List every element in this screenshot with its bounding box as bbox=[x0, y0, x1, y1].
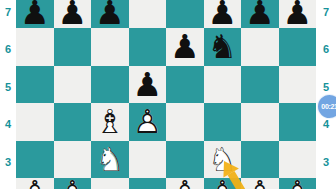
square-c5[interactable] bbox=[91, 66, 129, 104]
square-g6[interactable] bbox=[241, 28, 279, 66]
black-pawn-d5[interactable]: ♟ bbox=[132, 66, 162, 104]
white-pawn-a2[interactable]: ♟♙ bbox=[20, 174, 50, 189]
black-pawn-a7[interactable]: ♟ bbox=[20, 0, 50, 31]
black-pawn-f7[interactable]: ♟ bbox=[207, 0, 237, 31]
rank-label-4: 4 bbox=[316, 119, 336, 130]
square-c4[interactable]: ♝♗ bbox=[91, 103, 129, 141]
square-a5[interactable] bbox=[16, 66, 54, 104]
square-f7[interactable]: ♟ bbox=[204, 0, 242, 28]
square-b5[interactable] bbox=[54, 66, 92, 104]
square-g7[interactable]: ♟ bbox=[241, 0, 279, 28]
black-pawn-e6[interactable]: ♟ bbox=[170, 28, 200, 66]
rank-label-3: 3 bbox=[316, 157, 336, 168]
square-d3[interactable] bbox=[129, 141, 167, 179]
square-f2[interactable]: ♟♙ bbox=[204, 178, 242, 189]
black-knight-f6[interactable]: ♞ bbox=[207, 28, 237, 66]
square-f5[interactable] bbox=[204, 66, 242, 104]
square-d4[interactable]: ♟♙ bbox=[129, 103, 167, 141]
timer-badge: 00:21 bbox=[317, 94, 336, 119]
chess-app-screenshot: 76543 ♟♟♟♟♟♟♟♞♟♝♗♟♙♞♘♞♘♟♙♟♙♟♙♟♙♟♙♟♙ 7654… bbox=[0, 0, 336, 189]
square-h5[interactable] bbox=[279, 66, 317, 104]
square-g4[interactable] bbox=[241, 103, 279, 141]
white-pawn-d4[interactable]: ♟♙ bbox=[132, 103, 162, 141]
square-a6[interactable] bbox=[16, 28, 54, 66]
square-c3[interactable]: ♞♘ bbox=[91, 141, 129, 179]
square-b4[interactable] bbox=[54, 103, 92, 141]
square-e4[interactable] bbox=[166, 103, 204, 141]
square-d6[interactable] bbox=[129, 28, 167, 66]
square-g2[interactable]: ♟♙ bbox=[241, 178, 279, 189]
square-a7[interactable]: ♟ bbox=[16, 0, 54, 28]
square-e7[interactable] bbox=[166, 0, 204, 28]
rank-label-4: 4 bbox=[0, 119, 16, 130]
square-a4[interactable] bbox=[16, 103, 54, 141]
white-pawn-g2[interactable]: ♟♙ bbox=[245, 174, 275, 189]
square-g5[interactable] bbox=[241, 66, 279, 104]
square-f4[interactable] bbox=[204, 103, 242, 141]
chess-board[interactable]: ♟♟♟♟♟♟♟♞♟♝♗♟♙♞♘♞♘♟♙♟♙♟♙♟♙♟♙♟♙ bbox=[16, 0, 316, 189]
square-d5[interactable]: ♟ bbox=[129, 66, 167, 104]
rank-label-5: 5 bbox=[0, 82, 16, 93]
square-b2[interactable]: ♟♙ bbox=[54, 178, 92, 189]
square-c2[interactable] bbox=[91, 178, 129, 189]
black-pawn-h7[interactable]: ♟ bbox=[282, 0, 312, 31]
rank-label-7: 7 bbox=[0, 7, 16, 18]
square-h7[interactable]: ♟ bbox=[279, 0, 317, 28]
rank-labels-left: 76543 bbox=[0, 0, 16, 189]
white-pawn-h2[interactable]: ♟♙ bbox=[282, 174, 312, 189]
square-d2[interactable] bbox=[129, 178, 167, 189]
rank-label-5: 5 bbox=[316, 82, 336, 93]
white-pawn-f2[interactable]: ♟♙ bbox=[207, 174, 237, 189]
white-bishop-c4[interactable]: ♝♗ bbox=[95, 103, 125, 141]
square-e5[interactable] bbox=[166, 66, 204, 104]
rank-label-6: 6 bbox=[0, 44, 16, 55]
square-f6[interactable]: ♞ bbox=[204, 28, 242, 66]
square-e2[interactable]: ♟♙ bbox=[166, 178, 204, 189]
square-h2[interactable]: ♟♙ bbox=[279, 178, 317, 189]
square-h6[interactable] bbox=[279, 28, 317, 66]
square-c6[interactable] bbox=[91, 28, 129, 66]
white-pawn-e2[interactable]: ♟♙ bbox=[170, 174, 200, 189]
black-pawn-g7[interactable]: ♟ bbox=[245, 0, 275, 31]
rank-label-3: 3 bbox=[0, 157, 16, 168]
square-d7[interactable] bbox=[129, 0, 167, 28]
black-pawn-c7[interactable]: ♟ bbox=[95, 0, 125, 31]
square-h4[interactable] bbox=[279, 103, 317, 141]
rank-label-7: 7 bbox=[316, 7, 336, 18]
black-pawn-b7[interactable]: ♟ bbox=[57, 0, 87, 31]
white-knight-c3[interactable]: ♞♘ bbox=[95, 141, 125, 179]
square-e6[interactable]: ♟ bbox=[166, 28, 204, 66]
square-c7[interactable]: ♟ bbox=[91, 0, 129, 28]
white-pawn-b2[interactable]: ♟♙ bbox=[57, 174, 87, 189]
square-b6[interactable] bbox=[54, 28, 92, 66]
rank-label-6: 6 bbox=[316, 44, 336, 55]
square-b7[interactable]: ♟ bbox=[54, 0, 92, 28]
square-a2[interactable]: ♟♙ bbox=[16, 178, 54, 189]
